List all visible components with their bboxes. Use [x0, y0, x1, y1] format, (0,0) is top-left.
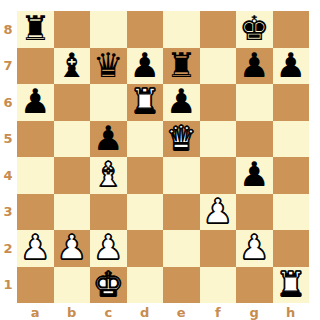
square-g6[interactable] [236, 84, 273, 121]
square-d6[interactable]: ♜ [127, 84, 164, 121]
piece-white-pawn[interactable]: ♟ [239, 230, 269, 265]
file-label-g: g [236, 304, 273, 320]
square-a6[interactable]: ♟ [17, 84, 54, 121]
square-f8[interactable] [200, 11, 237, 48]
square-b7[interactable]: ♝ [54, 48, 91, 85]
square-g4[interactable]: ♟ [236, 157, 273, 194]
file-label-e: e [163, 304, 200, 320]
square-h7[interactable]: ♟ [273, 48, 310, 85]
square-e4[interactable] [163, 157, 200, 194]
square-f7[interactable] [200, 48, 237, 85]
square-d3[interactable] [127, 194, 164, 231]
piece-black-pawn[interactable]: ♟ [20, 84, 50, 119]
rank-label-1: 1 [0, 267, 16, 304]
piece-black-pawn[interactable]: ♟ [93, 121, 123, 156]
file-label-a: a [17, 304, 54, 320]
square-b3[interactable] [54, 194, 91, 231]
piece-white-pawn[interactable]: ♟ [203, 194, 233, 229]
square-c8[interactable] [90, 11, 127, 48]
rank-label-4: 4 [0, 157, 16, 194]
square-a4[interactable] [17, 157, 54, 194]
file-label-d: d [127, 304, 164, 320]
square-c5[interactable]: ♟ [90, 121, 127, 158]
piece-black-pawn[interactable]: ♟ [166, 84, 196, 119]
square-g8[interactable]: ♚ [236, 11, 273, 48]
square-b6[interactable] [54, 84, 91, 121]
piece-black-rook[interactable]: ♜ [20, 11, 50, 46]
square-h4[interactable] [273, 157, 310, 194]
piece-black-pawn[interactable]: ♟ [130, 48, 160, 83]
square-h8[interactable] [273, 11, 310, 48]
file-label-b: b [54, 304, 91, 320]
piece-white-pawn[interactable]: ♟ [57, 230, 87, 265]
square-d1[interactable] [127, 267, 164, 304]
piece-black-queen[interactable]: ♛ [93, 48, 123, 83]
file-label-c: c [90, 304, 127, 320]
square-f1[interactable] [200, 267, 237, 304]
square-h3[interactable] [273, 194, 310, 231]
square-d5[interactable] [127, 121, 164, 158]
square-e2[interactable] [163, 230, 200, 267]
square-b4[interactable] [54, 157, 91, 194]
piece-black-king[interactable]: ♚ [239, 11, 269, 46]
file-label-f: f [200, 304, 237, 320]
square-g5[interactable] [236, 121, 273, 158]
square-c3[interactable] [90, 194, 127, 231]
rank-label-6: 6 [0, 84, 16, 121]
square-f4[interactable] [200, 157, 237, 194]
square-c7[interactable]: ♛ [90, 48, 127, 85]
square-a5[interactable] [17, 121, 54, 158]
piece-white-rook[interactable]: ♜ [276, 267, 306, 302]
rank-label-5: 5 [0, 121, 16, 158]
rank-label-8: 8 [0, 11, 16, 48]
piece-white-king[interactable]: ♚ [93, 267, 123, 302]
square-h1[interactable]: ♜ [273, 267, 310, 304]
square-a7[interactable] [17, 48, 54, 85]
piece-black-pawn[interactable]: ♟ [276, 48, 306, 83]
square-d4[interactable] [127, 157, 164, 194]
square-c6[interactable] [90, 84, 127, 121]
square-e5[interactable]: ♛ [163, 121, 200, 158]
square-b8[interactable] [54, 11, 91, 48]
piece-white-queen[interactable]: ♛ [166, 121, 196, 156]
piece-black-rook[interactable]: ♜ [166, 48, 196, 83]
square-b2[interactable]: ♟ [54, 230, 91, 267]
square-a2[interactable]: ♟ [17, 230, 54, 267]
square-e3[interactable] [163, 194, 200, 231]
piece-white-rook[interactable]: ♜ [130, 84, 160, 119]
square-d7[interactable]: ♟ [127, 48, 164, 85]
chess-board: ♜♚♝♛♟♜♟♟♟♜♟♟♛♝♟♟♟♟♟♟♚♜ [17, 11, 309, 303]
square-a1[interactable] [17, 267, 54, 304]
square-e1[interactable] [163, 267, 200, 304]
piece-black-pawn[interactable]: ♟ [239, 157, 269, 192]
piece-white-bishop[interactable]: ♝ [93, 157, 123, 192]
square-d2[interactable] [127, 230, 164, 267]
chess-diagram: ♜♚♝♛♟♜♟♟♟♜♟♟♛♝♟♟♟♟♟♟♚♜ 87654321 abcdefgh [0, 0, 320, 320]
square-d8[interactable] [127, 11, 164, 48]
square-a8[interactable]: ♜ [17, 11, 54, 48]
square-g2[interactable]: ♟ [236, 230, 273, 267]
square-e6[interactable]: ♟ [163, 84, 200, 121]
square-g3[interactable] [236, 194, 273, 231]
square-g1[interactable] [236, 267, 273, 304]
square-e8[interactable] [163, 11, 200, 48]
rank-label-2: 2 [0, 230, 16, 267]
square-f6[interactable] [200, 84, 237, 121]
square-g7[interactable]: ♟ [236, 48, 273, 85]
square-f5[interactable] [200, 121, 237, 158]
square-e7[interactable]: ♜ [163, 48, 200, 85]
square-h5[interactable] [273, 121, 310, 158]
piece-black-pawn[interactable]: ♟ [239, 48, 269, 83]
square-c2[interactable]: ♟ [90, 230, 127, 267]
square-c1[interactable]: ♚ [90, 267, 127, 304]
piece-white-pawn[interactable]: ♟ [20, 230, 50, 265]
square-h6[interactable] [273, 84, 310, 121]
square-f2[interactable] [200, 230, 237, 267]
rank-label-7: 7 [0, 48, 16, 85]
square-h2[interactable] [273, 230, 310, 267]
square-f3[interactable]: ♟ [200, 194, 237, 231]
piece-black-bishop[interactable]: ♝ [57, 48, 87, 83]
square-c4[interactable]: ♝ [90, 157, 127, 194]
square-b1[interactable] [54, 267, 91, 304]
file-label-h: h [273, 304, 310, 320]
piece-white-pawn[interactable]: ♟ [93, 230, 123, 265]
square-a3[interactable] [17, 194, 54, 231]
rank-label-3: 3 [0, 194, 16, 231]
square-b5[interactable] [54, 121, 91, 158]
